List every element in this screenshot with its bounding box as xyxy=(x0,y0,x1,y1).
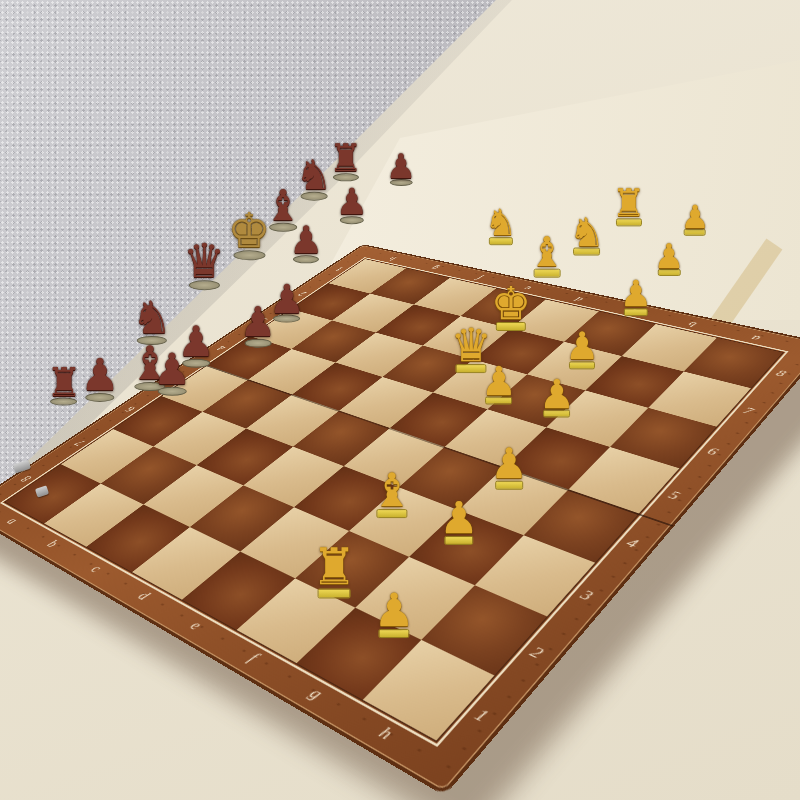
roman-rook-icon: ♜ xyxy=(46,362,82,402)
piece-rom-pawn-b7[interactable]: ♟ xyxy=(336,184,368,224)
piece-rom-king-a5[interactable]: ♚ xyxy=(227,206,270,260)
piece-rom-pawn-a1[interactable]: ♟ xyxy=(80,353,119,402)
roman-pawn-icon: ♟ xyxy=(289,221,323,259)
piece-egy-pawn-h6[interactable]: ♟ xyxy=(620,276,652,316)
piece-egy-rook-g8[interactable]: ♜ xyxy=(612,184,646,226)
roman-knight-icon: ♞ xyxy=(132,295,172,340)
piece-egy-king-f5[interactable]: ♚ xyxy=(491,281,531,331)
piece-egy-pawn-h7[interactable]: ♟ xyxy=(654,239,684,276)
piece-rom-pawn-b6[interactable]: ♟ xyxy=(289,221,323,263)
egyptian-pawn-icon: ♟ xyxy=(490,443,528,485)
piece-egy-bishop-g2[interactable]: ♝ xyxy=(371,467,412,518)
roman-king-icon: ♚ xyxy=(227,206,270,254)
egyptian-pawn-icon: ♟ xyxy=(439,496,478,540)
egyptian-pawn-icon: ♟ xyxy=(373,587,414,633)
piece-egy-pawn-h3[interactable]: ♟ xyxy=(490,443,528,490)
egyptian-pawn-icon: ♟ xyxy=(654,239,684,273)
piece-egy-pawn-h4[interactable]: ♟ xyxy=(539,374,575,418)
roman-pawn-icon: ♟ xyxy=(240,302,277,343)
egyptian-bishop-icon: ♝ xyxy=(371,467,412,513)
egyptian-pawn-icon: ♟ xyxy=(481,361,517,401)
piece-egy-pawn-h8[interactable]: ♟ xyxy=(681,201,710,236)
egyptian-pawn-icon: ♟ xyxy=(620,276,652,312)
egyptian-knight-icon: ♞ xyxy=(569,212,605,252)
piece-egy-pawn-h1[interactable]: ♟ xyxy=(373,587,414,638)
photo-scene: abcdefgh abcdefgh 12345678 12345678 ♜♟♝♞… xyxy=(0,0,800,800)
egyptian-rook-icon: ♜ xyxy=(312,542,357,592)
egyptian-pawn-icon: ♟ xyxy=(565,327,599,365)
piece-egy-bishop-f6[interactable]: ♝ xyxy=(529,232,566,278)
piece-egy-pawn-h5[interactable]: ♟ xyxy=(565,327,599,369)
egyptian-pawn-icon: ♟ xyxy=(681,201,710,233)
egyptian-knight-icon: ♞ xyxy=(485,205,517,241)
roman-pawn-icon: ♟ xyxy=(386,149,416,183)
egyptian-king-icon: ♚ xyxy=(491,281,531,326)
piece-rom-rook-offboard[interactable]: ♜ xyxy=(46,362,82,406)
piece-rom-rook-a8[interactable]: ♜ xyxy=(329,139,363,181)
egyptian-pawn-icon: ♟ xyxy=(539,374,575,414)
piece-egy-pawn-h2[interactable]: ♟ xyxy=(439,496,478,545)
egyptian-rook-icon: ♜ xyxy=(612,184,646,222)
roman-pawn-icon: ♟ xyxy=(153,348,192,391)
piece-rom-queen-a4[interactable]: ♛ xyxy=(183,237,225,290)
roman-pawn-icon: ♟ xyxy=(336,184,368,220)
egyptian-bishop-icon: ♝ xyxy=(529,232,566,273)
piece-egy-knight-f7[interactable]: ♞ xyxy=(569,212,605,256)
piece-egy-pawn-g4[interactable]: ♟ xyxy=(481,361,517,405)
piece-rom-pawn-b4[interactable]: ♟ xyxy=(240,302,277,348)
roman-rook-icon: ♜ xyxy=(329,139,363,177)
roman-pawn-icon: ♟ xyxy=(80,353,119,397)
roman-queen-icon: ♛ xyxy=(183,237,225,284)
piece-egy-rook-g1[interactable]: ♜ xyxy=(312,542,357,598)
piece-rom-pawn-b2[interactable]: ♟ xyxy=(153,348,192,396)
piece-rom-pawn-b8[interactable]: ♟ xyxy=(386,149,416,186)
piece-egy-knight-d7[interactable]: ♞ xyxy=(485,205,517,245)
